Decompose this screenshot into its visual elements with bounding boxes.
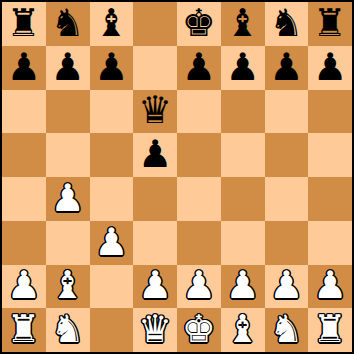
black-pawn[interactable]: ♟: [7, 48, 41, 86]
square-g7[interactable]: ♟: [265, 46, 309, 90]
square-f8[interactable]: ♝: [221, 2, 265, 46]
black-knight[interactable]: ♞: [269, 4, 303, 42]
black-pawn[interactable]: ♟: [269, 48, 303, 86]
square-e5[interactable]: [177, 133, 221, 177]
square-d1[interactable]: ♛: [133, 308, 177, 352]
square-d4[interactable]: [133, 177, 177, 221]
square-a4[interactable]: [2, 177, 46, 221]
square-d6[interactable]: ♛: [133, 90, 177, 134]
square-e1[interactable]: ♚: [177, 308, 221, 352]
black-pawn[interactable]: ♟: [51, 48, 85, 86]
black-queen[interactable]: ♛: [138, 91, 172, 129]
square-e4[interactable]: [177, 177, 221, 221]
square-e7[interactable]: ♟: [177, 46, 221, 90]
white-knight[interactable]: ♞: [269, 310, 303, 348]
square-e2[interactable]: ♟: [177, 265, 221, 309]
white-rook[interactable]: ♜: [313, 310, 347, 348]
square-b6[interactable]: [46, 90, 90, 134]
black-knight[interactable]: ♞: [51, 4, 85, 42]
square-b2[interactable]: ♝: [46, 265, 90, 309]
square-g1[interactable]: ♞: [265, 308, 309, 352]
square-b8[interactable]: ♞: [46, 2, 90, 46]
square-h2[interactable]: ♟: [308, 265, 352, 309]
square-a1[interactable]: ♜: [2, 308, 46, 352]
black-bishop[interactable]: ♝: [226, 4, 260, 42]
square-f1[interactable]: ♝: [221, 308, 265, 352]
square-d7[interactable]: [133, 46, 177, 90]
square-h3[interactable]: [308, 221, 352, 265]
square-h8[interactable]: ♜: [308, 2, 352, 46]
square-c2[interactable]: [90, 265, 134, 309]
white-pawn[interactable]: ♟: [269, 266, 303, 304]
square-h1[interactable]: ♜: [308, 308, 352, 352]
square-f4[interactable]: [221, 177, 265, 221]
white-pawn[interactable]: ♟: [182, 266, 216, 304]
square-d3[interactable]: [133, 221, 177, 265]
square-b7[interactable]: ♟: [46, 46, 90, 90]
white-pawn[interactable]: ♟: [51, 179, 85, 217]
square-e6[interactable]: [177, 90, 221, 134]
white-queen[interactable]: ♛: [138, 310, 172, 348]
square-b3[interactable]: [46, 221, 90, 265]
white-bishop[interactable]: ♝: [51, 266, 85, 304]
square-a7[interactable]: ♟: [2, 46, 46, 90]
white-pawn[interactable]: ♟: [94, 223, 128, 261]
square-e8[interactable]: ♚: [177, 2, 221, 46]
square-f3[interactable]: [221, 221, 265, 265]
square-c3[interactable]: ♟: [90, 221, 134, 265]
square-f5[interactable]: [221, 133, 265, 177]
square-f7[interactable]: ♟: [221, 46, 265, 90]
white-knight[interactable]: ♞: [51, 310, 85, 348]
square-e3[interactable]: [177, 221, 221, 265]
square-a3[interactable]: [2, 221, 46, 265]
black-pawn[interactable]: ♟: [313, 48, 347, 86]
white-rook[interactable]: ♜: [7, 310, 41, 348]
square-f6[interactable]: [221, 90, 265, 134]
square-h7[interactable]: ♟: [308, 46, 352, 90]
square-g6[interactable]: [265, 90, 309, 134]
white-pawn[interactable]: ♟: [313, 266, 347, 304]
square-a8[interactable]: ♜: [2, 2, 46, 46]
square-h6[interactable]: [308, 90, 352, 134]
chess-board: ♜♞♝♚♝♞♜♟♟♟♟♟♟♟♛♟♟♟♟♝♟♟♟♟♟♜♞♛♚♝♞♜: [0, 0, 354, 354]
square-g2[interactable]: ♟: [265, 265, 309, 309]
white-pawn[interactable]: ♟: [226, 266, 260, 304]
square-c6[interactable]: [90, 90, 134, 134]
square-c8[interactable]: ♝: [90, 2, 134, 46]
square-g5[interactable]: [265, 133, 309, 177]
board-grid: ♜♞♝♚♝♞♜♟♟♟♟♟♟♟♛♟♟♟♟♝♟♟♟♟♟♜♞♛♚♝♞♜: [2, 2, 352, 352]
black-rook[interactable]: ♜: [313, 4, 347, 42]
black-pawn[interactable]: ♟: [182, 48, 216, 86]
square-g3[interactable]: [265, 221, 309, 265]
square-c5[interactable]: [90, 133, 134, 177]
black-pawn[interactable]: ♟: [226, 48, 260, 86]
square-a2[interactable]: ♟: [2, 265, 46, 309]
square-a5[interactable]: [2, 133, 46, 177]
black-pawn[interactable]: ♟: [94, 48, 128, 86]
black-king[interactable]: ♚: [182, 4, 216, 42]
square-h4[interactable]: [308, 177, 352, 221]
square-a6[interactable]: [2, 90, 46, 134]
black-pawn[interactable]: ♟: [138, 135, 172, 173]
square-f2[interactable]: ♟: [221, 265, 265, 309]
square-b1[interactable]: ♞: [46, 308, 90, 352]
square-d8[interactable]: [133, 2, 177, 46]
black-bishop[interactable]: ♝: [94, 4, 128, 42]
white-pawn[interactable]: ♟: [138, 266, 172, 304]
square-c1[interactable]: [90, 308, 134, 352]
black-rook[interactable]: ♜: [7, 4, 41, 42]
square-c4[interactable]: [90, 177, 134, 221]
square-g8[interactable]: ♞: [265, 2, 309, 46]
white-pawn[interactable]: ♟: [7, 266, 41, 304]
square-d2[interactable]: ♟: [133, 265, 177, 309]
square-c7[interactable]: ♟: [90, 46, 134, 90]
square-g4[interactable]: [265, 177, 309, 221]
square-b4[interactable]: ♟: [46, 177, 90, 221]
square-h5[interactable]: [308, 133, 352, 177]
white-king[interactable]: ♚: [182, 310, 216, 348]
square-b5[interactable]: [46, 133, 90, 177]
white-bishop[interactable]: ♝: [226, 310, 260, 348]
square-d5[interactable]: ♟: [133, 133, 177, 177]
